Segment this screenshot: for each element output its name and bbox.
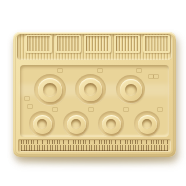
square-compartment <box>55 35 82 53</box>
well-hole <box>37 119 47 129</box>
well-ring <box>38 78 62 102</box>
well-hole <box>43 83 57 97</box>
ruler-tick-row <box>21 145 168 151</box>
well-hole <box>125 84 137 96</box>
square-compartment <box>84 35 111 53</box>
round-well-large <box>34 74 66 106</box>
well-ring <box>138 115 157 134</box>
emboss-mark <box>57 68 63 73</box>
well-ring <box>102 115 121 134</box>
emboss-mark <box>157 107 163 112</box>
well-ring <box>67 115 86 134</box>
measuring-channel <box>18 139 171 152</box>
round-well-large <box>116 75 145 104</box>
emboss-mark <box>97 68 103 73</box>
square-compartment <box>114 35 141 53</box>
emboss-mark <box>123 107 129 112</box>
well-hole <box>142 119 152 129</box>
emboss-mark <box>52 107 58 112</box>
top-compartment-tray <box>17 34 172 60</box>
round-well-large <box>75 74 106 105</box>
well-ring <box>120 79 142 101</box>
well-hole <box>106 119 116 129</box>
product-photo <box>0 0 186 186</box>
main-design-recess <box>20 65 169 137</box>
emboss-mark <box>24 96 30 101</box>
square-compartment <box>143 35 170 53</box>
round-well-small <box>134 111 160 137</box>
square-compartment <box>25 35 52 53</box>
emboss-mark <box>27 104 33 109</box>
emboss-mark <box>88 107 94 112</box>
bead-design-board <box>13 32 176 157</box>
well-ring <box>33 115 52 134</box>
well-ring <box>79 78 102 101</box>
emboss-mark <box>136 68 142 73</box>
round-well-small <box>29 111 55 137</box>
emboss-mark <box>153 74 159 79</box>
well-hole <box>71 119 81 129</box>
ruler-number-row <box>21 140 168 144</box>
round-well-small <box>98 111 124 137</box>
round-well-small <box>63 111 89 137</box>
well-hole <box>84 83 97 96</box>
